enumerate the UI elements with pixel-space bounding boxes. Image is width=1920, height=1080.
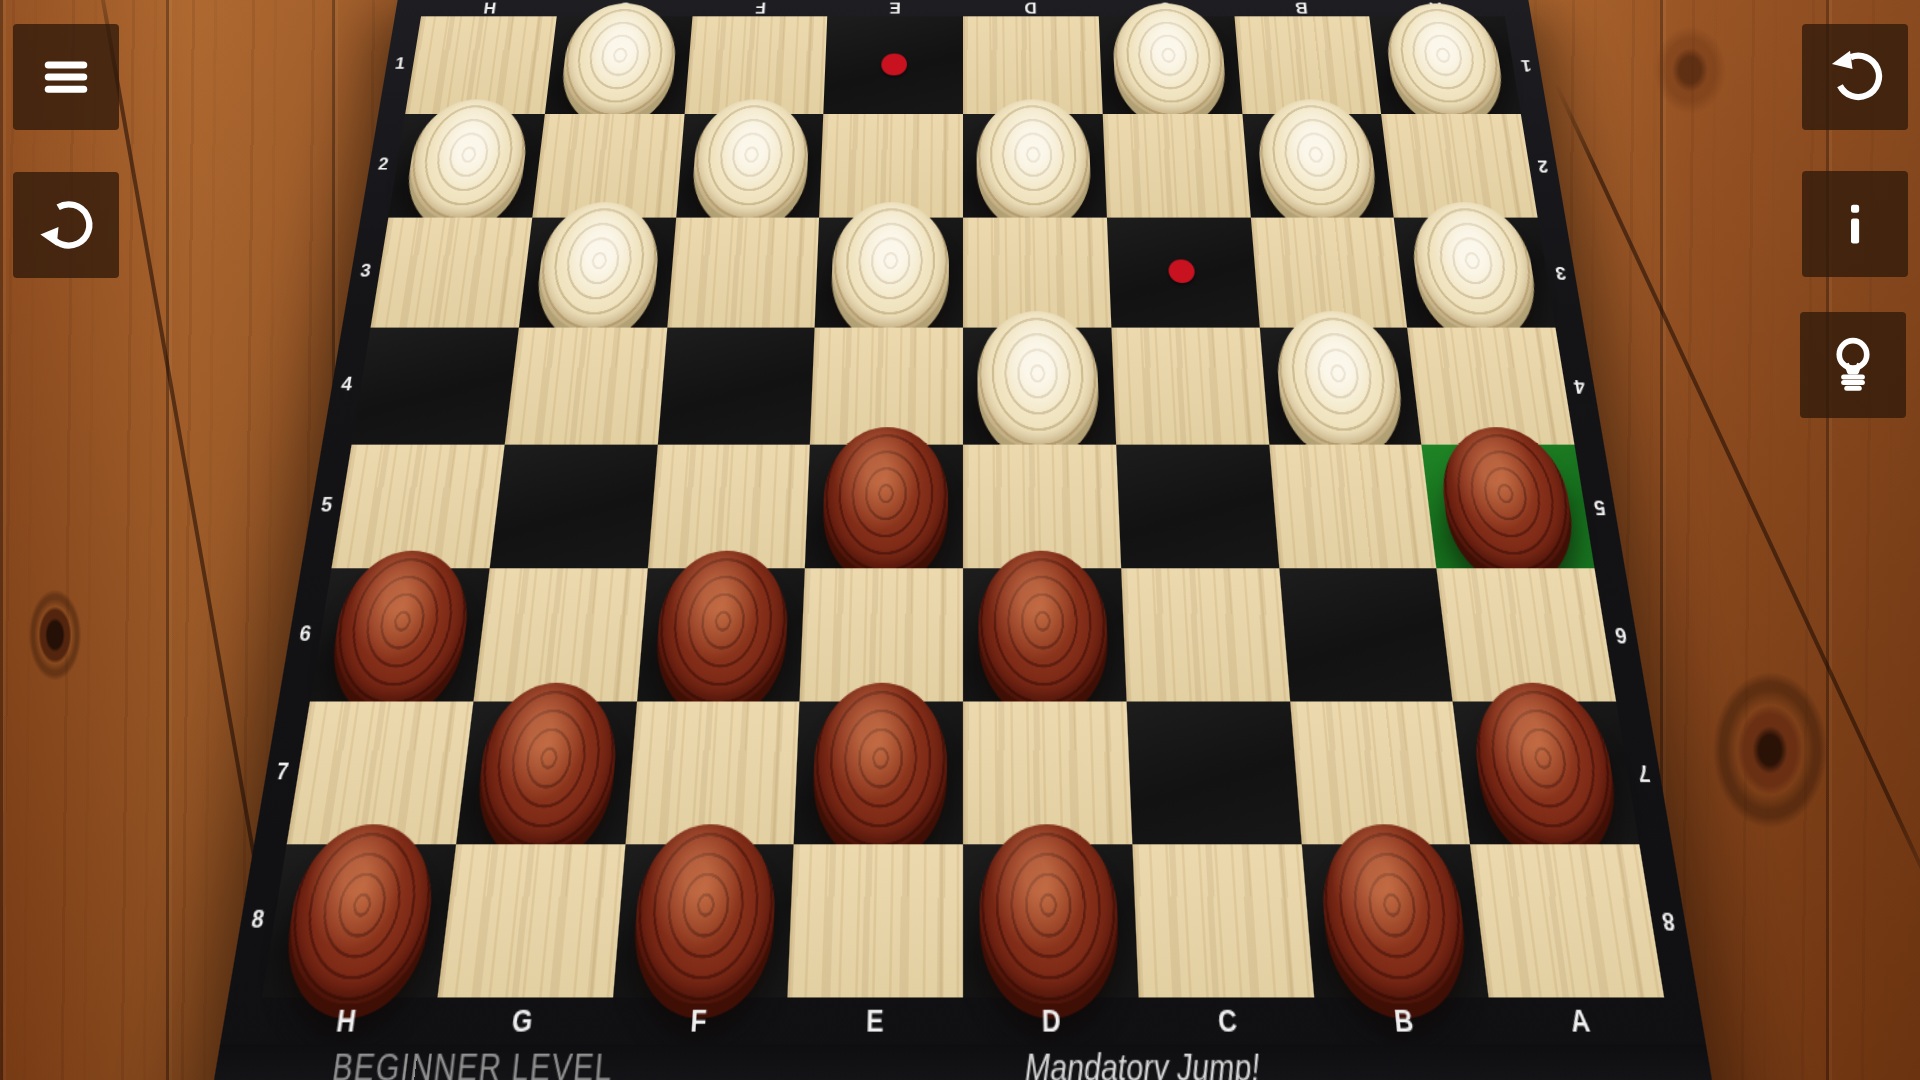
square-C5[interactable] — [1116, 444, 1279, 569]
square-A5[interactable] — [1422, 444, 1595, 569]
column-label-bottom-D: D — [963, 997, 1140, 1044]
restart-button[interactable] — [13, 172, 119, 278]
red-piece-H6[interactable] — [325, 551, 476, 708]
square-F8[interactable] — [612, 844, 793, 997]
white-piece-C1[interactable] — [1111, 3, 1228, 118]
jump-hint-dot-E1[interactable] — [882, 54, 907, 75]
red-piece-H8[interactable] — [278, 824, 441, 1004]
square-D4[interactable] — [963, 327, 1116, 444]
hamburger-icon — [36, 47, 96, 107]
square-H6[interactable] — [310, 569, 490, 702]
square-G7[interactable] — [456, 702, 637, 845]
square-A1[interactable] — [1369, 16, 1520, 114]
level-text: BEGINNER LEVEL — [260, 1047, 683, 1080]
undo-arrow-icon — [1825, 47, 1885, 107]
white-piece-F2[interactable] — [690, 100, 810, 222]
column-label-top-F: F — [692, 0, 828, 16]
piece-face — [325, 551, 476, 708]
piece-face — [821, 427, 948, 574]
square-G8[interactable] — [437, 844, 625, 997]
square-D8[interactable] — [963, 844, 1138, 997]
white-piece-D4[interactable] — [978, 311, 1101, 449]
square-E7[interactable] — [794, 702, 963, 845]
square-C1[interactable] — [1098, 16, 1241, 114]
column-label-bottom-B: B — [1314, 997, 1495, 1044]
white-piece-H2[interactable] — [402, 100, 532, 222]
red-piece-F6[interactable] — [652, 551, 790, 708]
square-C2[interactable] — [1102, 114, 1250, 217]
square-C7[interactable] — [1126, 702, 1301, 845]
square-G1[interactable] — [545, 16, 692, 114]
hint-button[interactable] — [1800, 312, 1906, 418]
square-A7[interactable] — [1453, 702, 1639, 845]
red-piece-E7[interactable] — [811, 683, 947, 851]
white-piece-A3[interactable] — [1406, 202, 1541, 331]
piece-face — [472, 683, 622, 851]
red-piece-D6[interactable] — [979, 551, 1110, 708]
piece-face — [1435, 427, 1580, 574]
red-piece-F8[interactable] — [629, 824, 777, 1004]
checkers-board: HGFEDCBA 12345678 12345678 HGFEDCBA BEGI… — [206, 0, 1720, 1080]
menu-button[interactable] — [13, 24, 119, 130]
square-H8[interactable] — [262, 844, 456, 997]
square-H4[interactable] — [352, 327, 519, 444]
square-E8[interactable] — [788, 844, 963, 997]
board-front-face: BEGINNER LEVEL Mandatory Jump! — [206, 1044, 1720, 1080]
status-text: Mandatory Jump! — [933, 1047, 1353, 1080]
column-label-bottom-F: F — [609, 997, 788, 1044]
column-label-bottom-E: E — [786, 997, 963, 1044]
lightbulb-icon — [1823, 335, 1883, 395]
square-C3[interactable] — [1107, 217, 1260, 327]
column-label-bottom-C: C — [1138, 997, 1317, 1044]
red-piece-A7[interactable] — [1467, 683, 1624, 851]
square-A3[interactable] — [1394, 217, 1555, 327]
square-F3[interactable] — [667, 217, 820, 327]
red-piece-B8[interactable] — [1316, 824, 1472, 1004]
square-H2[interactable] — [388, 114, 544, 217]
white-piece-B4[interactable] — [1273, 311, 1407, 449]
square-F6[interactable] — [636, 569, 805, 702]
square-E3[interactable] — [815, 217, 963, 327]
red-piece-A5[interactable] — [1435, 427, 1580, 574]
scene: HGFEDCBA 12345678 12345678 HGFEDCBA BEGI… — [0, 0, 1920, 1080]
square-C6[interactable] — [1121, 569, 1290, 702]
info-icon — [1825, 194, 1885, 254]
square-B2[interactable] — [1242, 114, 1394, 217]
square-G4[interactable] — [504, 327, 666, 444]
square-E5[interactable] — [805, 444, 963, 569]
piece-face — [278, 824, 441, 1004]
undo-button[interactable] — [1802, 24, 1908, 130]
piece-face — [811, 683, 947, 851]
square-E1[interactable] — [824, 16, 963, 114]
column-labels-bottom: HGFEDCBA — [254, 997, 1671, 1044]
info-button[interactable] — [1802, 171, 1908, 277]
square-G3[interactable] — [519, 217, 676, 327]
red-piece-E5[interactable] — [821, 427, 948, 574]
square-C8[interactable] — [1132, 844, 1313, 997]
column-label-bottom-G: G — [431, 997, 612, 1044]
square-H3[interactable] — [371, 217, 532, 327]
restart-icon — [36, 195, 96, 255]
board-grid — [262, 16, 1664, 997]
column-label-bottom-A: A — [1489, 997, 1672, 1044]
column-label-top-B: B — [1233, 0, 1370, 16]
square-A8[interactable] — [1470, 844, 1664, 997]
square-G5[interactable] — [489, 444, 657, 569]
square-F4[interactable] — [657, 327, 815, 444]
square-C4[interactable] — [1111, 327, 1269, 444]
column-label-top-H: H — [421, 0, 559, 16]
white-piece-A1[interactable] — [1381, 3, 1507, 118]
white-piece-G3[interactable] — [533, 202, 663, 331]
piece-face — [830, 202, 949, 331]
jump-hint-dot-C3[interactable] — [1168, 259, 1196, 283]
piece-face — [1467, 683, 1624, 851]
square-B8[interactable] — [1301, 844, 1489, 997]
square-D2[interactable] — [963, 114, 1107, 217]
column-label-top-E: E — [828, 0, 963, 16]
square-B5[interactable] — [1269, 444, 1437, 569]
white-piece-B2[interactable] — [1255, 100, 1380, 222]
column-label-top-D: D — [963, 0, 1098, 16]
square-B4[interactable] — [1259, 327, 1421, 444]
piece-face — [1406, 202, 1541, 331]
red-piece-D8[interactable] — [980, 824, 1121, 1004]
white-piece-E3[interactable] — [830, 202, 949, 331]
white-piece-D2[interactable] — [977, 100, 1093, 222]
square-D6[interactable] — [963, 569, 1126, 702]
red-piece-G7[interactable] — [472, 683, 622, 851]
square-F2[interactable] — [676, 114, 824, 217]
square-B6[interactable] — [1279, 569, 1453, 702]
white-piece-G1[interactable] — [558, 3, 679, 118]
piece-face — [402, 100, 532, 222]
piece-face — [1381, 3, 1507, 118]
column-label-bottom-H: H — [254, 997, 437, 1044]
